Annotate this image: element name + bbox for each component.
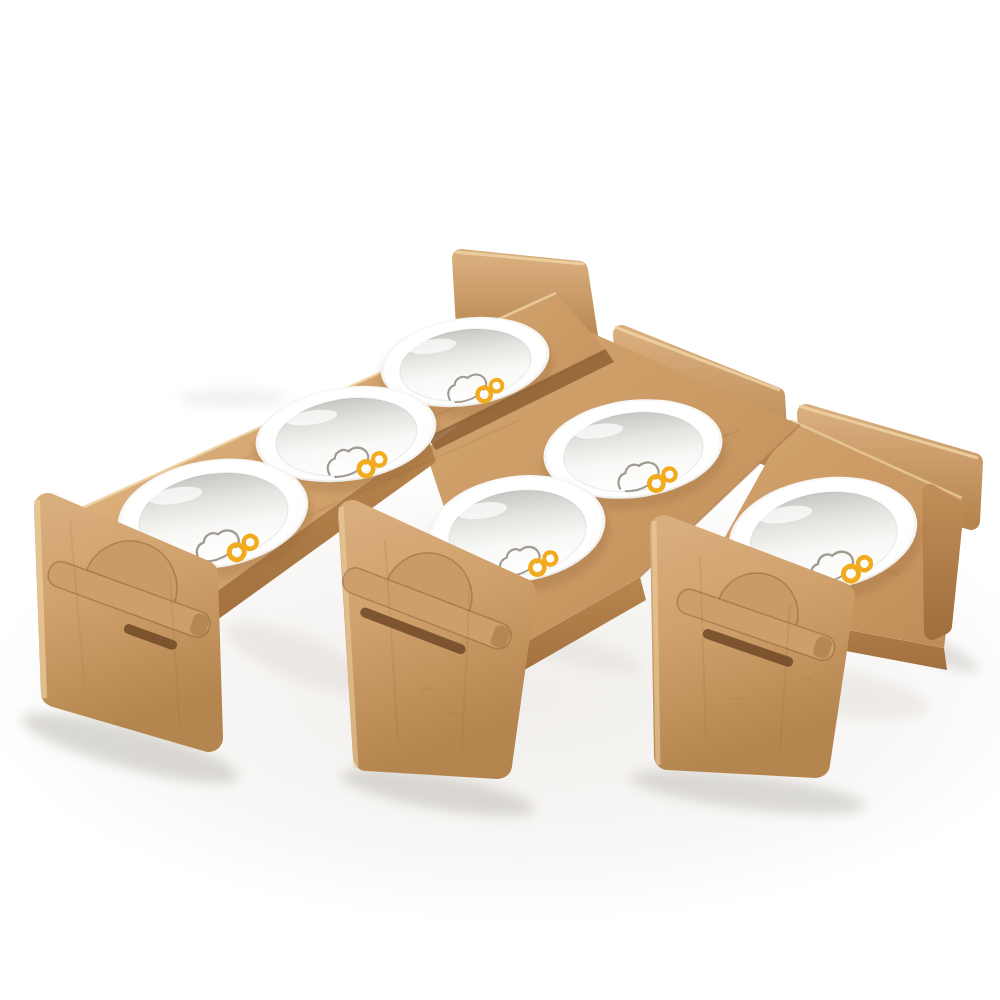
product-photo-stage bbox=[0, 0, 1000, 1000]
end-support-leg bbox=[930, 492, 956, 632]
pet-feeder-product-photo bbox=[0, 0, 1000, 1000]
